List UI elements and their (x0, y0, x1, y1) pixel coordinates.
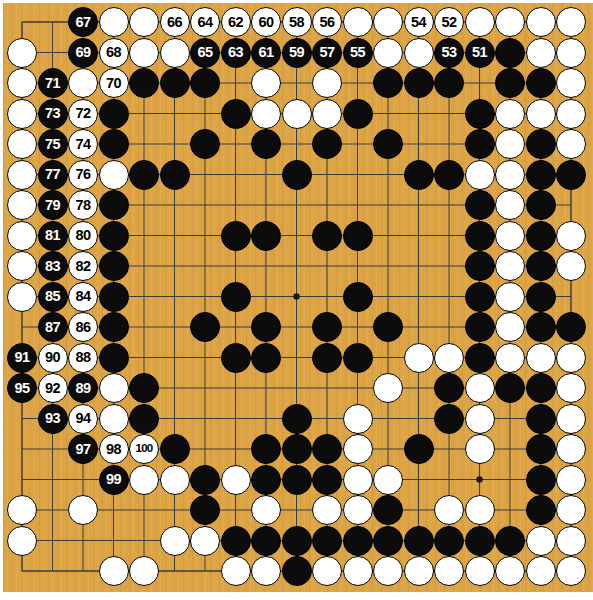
stone-black (526, 68, 556, 98)
stone-black (526, 373, 556, 403)
stone-black: 89 (68, 373, 98, 403)
stone-white (312, 556, 342, 586)
stone-black (251, 221, 281, 251)
stone-black: 69 (68, 38, 98, 68)
stone-black (312, 465, 342, 495)
stone-black: 93 (38, 404, 68, 434)
stone-black (190, 465, 220, 495)
stone-black (282, 556, 312, 586)
stone-black: 61 (251, 38, 281, 68)
stone-black: 91 (7, 343, 37, 373)
stone-white (465, 7, 495, 37)
stone-black (526, 251, 556, 281)
stone-black (129, 373, 159, 403)
stone-black (465, 251, 495, 281)
stone-black (434, 160, 464, 190)
stone-white (556, 99, 586, 129)
stone-white (556, 373, 586, 403)
stone-white (495, 251, 525, 281)
stone-white (7, 526, 37, 556)
stone-black: 65 (190, 38, 220, 68)
stone-black (251, 526, 281, 556)
stone-white (465, 404, 495, 434)
stone-white (495, 160, 525, 190)
stone-white: 58 (282, 7, 312, 37)
stone-white (99, 160, 129, 190)
stone-white (343, 404, 373, 434)
stone-black: 85 (38, 282, 68, 312)
stone-white (221, 465, 251, 495)
stone-black (465, 282, 495, 312)
move-number-label: 86 (76, 319, 91, 334)
stone-white: 72 (68, 99, 98, 129)
stone-white (465, 160, 495, 190)
stone-black (99, 251, 129, 281)
move-number-label: 65 (198, 45, 213, 60)
stone-black (465, 312, 495, 342)
stone-white (68, 68, 98, 98)
stone-black (160, 160, 190, 190)
stone-white: 56 (312, 7, 342, 37)
stone-black: 63 (221, 38, 251, 68)
stone-white (7, 282, 37, 312)
stone-white (373, 373, 403, 403)
move-number-label: 87 (45, 319, 60, 334)
stone-white (495, 190, 525, 220)
move-number-label: 58 (289, 14, 304, 29)
stone-white (556, 526, 586, 556)
stone-black (312, 434, 342, 464)
stone-white (526, 556, 556, 586)
stone-black (251, 129, 281, 159)
move-number-label: 91 (15, 350, 30, 365)
stone-white: 92 (38, 373, 68, 403)
stone-black (251, 312, 281, 342)
stone-black (556, 160, 586, 190)
move-number-label: 74 (76, 136, 91, 151)
move-number-label: 55 (350, 45, 365, 60)
stone-white (526, 343, 556, 373)
stone-white (373, 38, 403, 68)
move-number-label: 98 (106, 441, 121, 456)
stone-black (221, 526, 251, 556)
stone-black (495, 38, 525, 68)
stone-black (404, 434, 434, 464)
stone-black (373, 129, 403, 159)
stone-black (160, 68, 190, 98)
move-number-label: 90 (45, 350, 60, 365)
stone-white (343, 465, 373, 495)
move-number-label: 73 (45, 106, 60, 121)
stone-black (99, 282, 129, 312)
stone-white (556, 495, 586, 525)
stone-black (99, 190, 129, 220)
stone-black (190, 129, 220, 159)
stone-white (495, 343, 525, 373)
stone-black (251, 465, 281, 495)
stone-white (495, 556, 525, 586)
stone-black (343, 282, 373, 312)
stone-white (556, 38, 586, 68)
stone-white (7, 190, 37, 220)
move-number-label: 67 (76, 14, 91, 29)
stone-white (343, 7, 373, 37)
stone-black (282, 465, 312, 495)
stone-white (251, 556, 281, 586)
stone-black (312, 343, 342, 373)
stone-white: 88 (68, 343, 98, 373)
stone-black (495, 68, 525, 98)
stone-white (495, 99, 525, 129)
stone-white: 84 (68, 282, 98, 312)
stone-black (99, 343, 129, 373)
move-number-label: 81 (45, 228, 60, 243)
move-number-label: 52 (442, 14, 457, 29)
stone-white (251, 99, 281, 129)
stone-black: 83 (38, 251, 68, 281)
move-number-label: 57 (320, 45, 335, 60)
stone-black (465, 221, 495, 251)
stone-white (526, 38, 556, 68)
stone-white (465, 556, 495, 586)
stone-white (7, 38, 37, 68)
stone-black (221, 221, 251, 251)
stone-white (251, 495, 281, 525)
move-number-label: 84 (76, 289, 91, 304)
move-number-label: 63 (228, 45, 243, 60)
stone-white (556, 129, 586, 159)
stone-white (556, 221, 586, 251)
stone-black: 95 (7, 373, 37, 403)
stone-white: 68 (99, 38, 129, 68)
move-number-label: 61 (259, 45, 274, 60)
stone-black (129, 404, 159, 434)
stone-white (7, 68, 37, 98)
stone-white (495, 7, 525, 37)
stone-black (526, 312, 556, 342)
stone-black: 87 (38, 312, 68, 342)
stone-white: 70 (99, 68, 129, 98)
stone-white: 78 (68, 190, 98, 220)
stone-black (373, 312, 403, 342)
stone-black: 57 (312, 38, 342, 68)
move-number-label: 59 (289, 45, 304, 60)
stone-white (7, 495, 37, 525)
move-number-label: 80 (76, 228, 91, 243)
move-number-label: 82 (76, 258, 91, 273)
stone-black (434, 373, 464, 403)
stone-white (373, 465, 403, 495)
stone-black (129, 68, 159, 98)
stone-white (556, 465, 586, 495)
stone-black (526, 434, 556, 464)
stone-black (251, 434, 281, 464)
stone-white (556, 251, 586, 281)
stone-black: 59 (282, 38, 312, 68)
stone-white (7, 129, 37, 159)
stone-black: 99 (99, 465, 129, 495)
stone-white (160, 38, 190, 68)
screenshot-root: 6766646260585654526968656361595755535171… (0, 0, 593, 600)
move-number-label: 64 (198, 14, 213, 29)
stone-white (434, 495, 464, 525)
move-number-label: 62 (228, 14, 243, 29)
move-number-label: 85 (45, 289, 60, 304)
move-number-label: 79 (45, 197, 60, 212)
stone-white (526, 526, 556, 556)
stone-white (99, 373, 129, 403)
stone-black: 79 (38, 190, 68, 220)
stone-black (404, 160, 434, 190)
stone-black (465, 526, 495, 556)
stone-black (221, 343, 251, 373)
stone-black (99, 99, 129, 129)
stone-black (312, 526, 342, 556)
stone-black (190, 68, 220, 98)
stone-white: 86 (68, 312, 98, 342)
stone-white (160, 465, 190, 495)
stone-black (495, 373, 525, 403)
stone-white: 74 (68, 129, 98, 159)
stone-white (373, 556, 403, 586)
move-number-label: 97 (76, 441, 91, 456)
stone-white (312, 68, 342, 98)
stone-black (312, 221, 342, 251)
stone-white: 98 (99, 434, 129, 464)
stone-white: 62 (221, 7, 251, 37)
stone-black (526, 190, 556, 220)
stone-black (282, 526, 312, 556)
stone-white (129, 465, 159, 495)
stone-white (99, 404, 129, 434)
stone-white (7, 251, 37, 281)
stone-white (556, 7, 586, 37)
stone-white (190, 526, 220, 556)
stone-white: 94 (68, 404, 98, 434)
stone-white (556, 434, 586, 464)
stone-black (434, 68, 464, 98)
stone-white: 80 (68, 221, 98, 251)
stone-black: 75 (38, 129, 68, 159)
stone-white (343, 495, 373, 525)
stone-white (465, 373, 495, 403)
move-number-label: 78 (76, 197, 91, 212)
stone-black (129, 160, 159, 190)
stone-white: 90 (38, 343, 68, 373)
stone-white (282, 99, 312, 129)
stone-black: 51 (465, 38, 495, 68)
stone-white (556, 404, 586, 434)
stone-white (160, 526, 190, 556)
stone-black (343, 526, 373, 556)
stone-black (404, 526, 434, 556)
stone-black (221, 99, 251, 129)
stone-white (312, 99, 342, 129)
stone-black: 81 (38, 221, 68, 251)
stone-white (434, 556, 464, 586)
move-number-label: 75 (45, 136, 60, 151)
move-number-label: 89 (76, 380, 91, 395)
stone-black (312, 312, 342, 342)
stone-black (526, 160, 556, 190)
move-number-label: 51 (472, 45, 487, 60)
stone-black (373, 526, 403, 556)
stone-white: 76 (68, 160, 98, 190)
stone-black (373, 495, 403, 525)
stone-black (282, 434, 312, 464)
star-point (476, 476, 482, 482)
stone-black (343, 343, 373, 373)
stone-white: 64 (190, 7, 220, 37)
stone-black (282, 404, 312, 434)
stone-white (434, 343, 464, 373)
stone-black: 55 (343, 38, 373, 68)
stone-white (7, 99, 37, 129)
stone-black: 77 (38, 160, 68, 190)
move-number-label: 93 (45, 411, 60, 426)
go-board[interactable]: 6766646260585654526968656361595755535171… (3, 3, 593, 592)
stone-black (434, 526, 464, 556)
stone-white: 52 (434, 7, 464, 37)
stone-black (465, 99, 495, 129)
stone-white (404, 343, 434, 373)
stone-white (251, 68, 281, 98)
stone-black (526, 465, 556, 495)
stone-black (99, 129, 129, 159)
stone-white (556, 68, 586, 98)
stone-black (465, 190, 495, 220)
stone-white (373, 7, 403, 37)
stone-black (556, 312, 586, 342)
move-number-label: 56 (320, 14, 335, 29)
stone-black (526, 495, 556, 525)
stone-white (312, 495, 342, 525)
stone-black (251, 343, 281, 373)
stone-white (7, 160, 37, 190)
stone-black (99, 312, 129, 342)
stone-white (495, 282, 525, 312)
stone-black (221, 282, 251, 312)
stone-white (526, 99, 556, 129)
stone-black (526, 404, 556, 434)
stone-white (404, 556, 434, 586)
stone-black (343, 221, 373, 251)
stone-white (556, 343, 586, 373)
stone-white (495, 312, 525, 342)
stone-black (99, 221, 129, 251)
move-number-label: 100 (136, 443, 153, 455)
stone-white (99, 556, 129, 586)
stone-black: 67 (68, 7, 98, 37)
stone-black: 73 (38, 99, 68, 129)
move-number-label: 53 (442, 45, 457, 60)
stone-black: 71 (38, 68, 68, 98)
stone-white (129, 38, 159, 68)
stone-black (190, 312, 220, 342)
stone-white (526, 7, 556, 37)
stone-black (526, 282, 556, 312)
stone-black: 97 (68, 434, 98, 464)
stone-black (404, 68, 434, 98)
stone-white (99, 7, 129, 37)
stone-white: 66 (160, 7, 190, 37)
move-number-label: 99 (106, 472, 121, 487)
stone-black (160, 434, 190, 464)
stone-black (312, 129, 342, 159)
stone-black (434, 404, 464, 434)
move-number-label: 72 (76, 106, 91, 121)
move-number-label: 95 (15, 380, 30, 395)
move-number-label: 60 (259, 14, 274, 29)
stone-white (68, 495, 98, 525)
move-number-label: 54 (411, 14, 426, 29)
star-point (293, 293, 299, 299)
stone-white (221, 556, 251, 586)
stone-black (343, 99, 373, 129)
stone-white (343, 434, 373, 464)
stone-black (373, 68, 403, 98)
stone-black (526, 129, 556, 159)
stone-white (129, 556, 159, 586)
stone-white (495, 221, 525, 251)
move-number-label: 92 (45, 380, 60, 395)
move-number-label: 88 (76, 350, 91, 365)
stone-black (465, 129, 495, 159)
stone-black: 53 (434, 38, 464, 68)
move-number-label: 70 (106, 75, 121, 90)
stone-white: 100 (129, 434, 159, 464)
stone-white (556, 556, 586, 586)
stone-black (526, 221, 556, 251)
stone-white (495, 129, 525, 159)
stone-white (129, 7, 159, 37)
move-number-label: 94 (76, 411, 91, 426)
stone-white (7, 221, 37, 251)
stone-black (495, 526, 525, 556)
move-number-label: 77 (45, 167, 60, 182)
stone-white (404, 38, 434, 68)
move-number-label: 66 (167, 14, 182, 29)
stone-white (343, 556, 373, 586)
stone-black (465, 343, 495, 373)
move-number-label: 68 (106, 45, 121, 60)
stone-white: 60 (251, 7, 281, 37)
move-number-label: 71 (45, 75, 60, 90)
move-number-label: 76 (76, 167, 91, 182)
stone-white: 54 (404, 7, 434, 37)
stone-white (465, 495, 495, 525)
move-number-label: 83 (45, 258, 60, 273)
stone-black (190, 495, 220, 525)
stone-white: 82 (68, 251, 98, 281)
stone-black (282, 160, 312, 190)
move-number-label: 69 (76, 45, 91, 60)
stone-white (465, 434, 495, 464)
